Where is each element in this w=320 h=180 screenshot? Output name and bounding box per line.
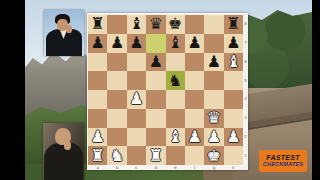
file-label-f: f — [185, 165, 204, 170]
square-f1[interactable] — [185, 146, 204, 165]
player-bottom-clothing — [44, 143, 83, 180]
white-rook: ♜ — [91, 148, 105, 164]
square-f5[interactable] — [185, 71, 204, 90]
black-pawn: ♟ — [149, 54, 163, 70]
chess-board: ♜♝♛♚♜♟♟♟♝♟♟♟♟♝♞♟♛♟♝♟♟♟♜♞♜♚ 87654321 abcd… — [87, 13, 248, 170]
rank-label-6: 6 — [243, 53, 248, 72]
black-pawn: ♟ — [187, 35, 201, 51]
black-knight: ♞ — [168, 73, 182, 89]
square-c8[interactable]: ♝ — [127, 15, 146, 34]
square-c1[interactable] — [127, 146, 146, 165]
square-d5[interactable] — [146, 71, 165, 90]
square-a6[interactable] — [88, 53, 107, 72]
file-label-a: a — [88, 165, 107, 170]
white-pawn: ♟ — [226, 129, 240, 145]
square-a3[interactable] — [88, 109, 107, 128]
square-b1[interactable]: ♞ — [107, 146, 126, 165]
player-photo-top — [44, 10, 84, 56]
file-label-g: g — [204, 165, 223, 170]
square-h8[interactable]: ♜ — [224, 15, 243, 34]
file-label-d: d — [146, 165, 165, 170]
badge-text-checkmates: CHECKMATES — [263, 162, 303, 168]
square-c3[interactable] — [127, 109, 146, 128]
square-b3[interactable] — [107, 109, 126, 128]
black-pawn: ♟ — [129, 35, 143, 51]
square-f2[interactable]: ♟ — [185, 128, 204, 147]
rank-coordinates: 87654321 — [243, 15, 248, 165]
square-e7[interactable]: ♝ — [166, 34, 185, 53]
square-e3[interactable] — [166, 109, 185, 128]
square-g4[interactable] — [204, 90, 223, 109]
square-d6[interactable]: ♟ — [146, 53, 165, 72]
rank-label-7: 7 — [243, 34, 248, 53]
square-a5[interactable] — [88, 71, 107, 90]
black-pawn: ♟ — [207, 54, 221, 70]
file-label-c: c — [127, 165, 146, 170]
square-a4[interactable] — [88, 90, 107, 109]
black-queen: ♛ — [149, 16, 163, 32]
square-d8[interactable]: ♛ — [146, 15, 165, 34]
square-g3[interactable]: ♛ — [204, 109, 223, 128]
rank-label-4: 4 — [243, 90, 248, 109]
square-h1[interactable] — [224, 146, 243, 165]
square-e5[interactable]: ♞ — [166, 71, 185, 90]
white-queen: ♛ — [207, 110, 221, 126]
black-bishop: ♝ — [129, 16, 143, 32]
black-pawn: ♟ — [226, 35, 240, 51]
square-e1[interactable] — [166, 146, 185, 165]
square-a1[interactable]: ♜ — [88, 146, 107, 165]
square-a7[interactable]: ♟ — [88, 34, 107, 53]
rank-label-2: 2 — [243, 128, 248, 147]
square-f8[interactable] — [185, 15, 204, 34]
channel-badge: FASTEST CHECKMATES — [259, 150, 307, 172]
square-e6[interactable] — [166, 53, 185, 72]
video-thumbnail: ♜♝♛♚♜♟♟♟♝♟♟♟♟♝♞♟♛♟♝♟♟♟♜♞♜♚ 87654321 abcd… — [0, 0, 320, 180]
player-bottom-hand — [64, 141, 71, 150]
file-coordinates: abcdefgh — [88, 165, 243, 170]
square-b7[interactable]: ♟ — [107, 34, 126, 53]
square-h7[interactable]: ♟ — [224, 34, 243, 53]
square-g1[interactable]: ♚ — [204, 146, 223, 165]
black-king: ♚ — [168, 16, 182, 32]
square-c7[interactable]: ♟ — [127, 34, 146, 53]
white-bishop: ♝ — [168, 129, 182, 145]
square-h6[interactable]: ♝ — [224, 53, 243, 72]
square-b2[interactable] — [107, 128, 126, 147]
square-b5[interactable] — [107, 71, 126, 90]
rank-label-5: 5 — [243, 71, 248, 90]
white-knight: ♞ — [110, 148, 124, 164]
square-g8[interactable] — [204, 15, 223, 34]
white-pawn: ♟ — [207, 129, 221, 145]
rank-label-8: 8 — [243, 15, 248, 34]
black-rook: ♜ — [226, 16, 240, 32]
white-pawn: ♟ — [129, 91, 143, 107]
white-bishop: ♝ — [226, 54, 240, 70]
square-h5[interactable] — [224, 71, 243, 90]
badge-text-fastest: FASTEST — [266, 154, 300, 161]
square-h3[interactable] — [224, 109, 243, 128]
square-a2[interactable]: ♟ — [88, 128, 107, 147]
square-e2[interactable]: ♝ — [166, 128, 185, 147]
square-c5[interactable] — [127, 71, 146, 90]
square-b6[interactable] — [107, 53, 126, 72]
square-d1[interactable]: ♜ — [146, 146, 165, 165]
square-e8[interactable]: ♚ — [166, 15, 185, 34]
player-photo-bottom — [43, 123, 84, 180]
square-c4[interactable]: ♟ — [127, 90, 146, 109]
rank-label-1: 1 — [243, 146, 248, 165]
board-grid: ♜♝♛♚♜♟♟♟♝♟♟♟♟♝♞♟♛♟♝♟♟♟♜♞♜♚ — [88, 15, 243, 165]
square-b8[interactable] — [107, 15, 126, 34]
black-rook: ♜ — [91, 16, 105, 32]
square-g7[interactable] — [204, 34, 223, 53]
square-e4[interactable] — [166, 90, 185, 109]
square-g2[interactable]: ♟ — [204, 128, 223, 147]
black-pawn: ♟ — [91, 35, 105, 51]
square-h4[interactable] — [224, 90, 243, 109]
square-f6[interactable] — [185, 53, 204, 72]
square-d4[interactable] — [146, 90, 165, 109]
square-h2[interactable]: ♟ — [224, 128, 243, 147]
square-g6[interactable]: ♟ — [204, 53, 223, 72]
square-f3[interactable] — [185, 109, 204, 128]
square-b4[interactable] — [107, 90, 126, 109]
white-king: ♚ — [207, 148, 221, 164]
black-bishop: ♝ — [168, 35, 182, 51]
white-rook: ♜ — [149, 148, 163, 164]
square-c6[interactable] — [127, 53, 146, 72]
square-f4[interactable] — [185, 90, 204, 109]
square-c2[interactable] — [127, 128, 146, 147]
square-f7[interactable]: ♟ — [185, 34, 204, 53]
file-label-b: b — [107, 165, 126, 170]
square-d7[interactable] — [146, 34, 165, 53]
rank-label-3: 3 — [243, 109, 248, 128]
player-top-hand — [66, 25, 72, 33]
white-pawn: ♟ — [91, 129, 105, 145]
white-pawn: ♟ — [187, 129, 201, 145]
square-d3[interactable] — [146, 109, 165, 128]
square-d2[interactable] — [146, 128, 165, 147]
square-g5[interactable] — [204, 71, 223, 90]
square-a8[interactable]: ♜ — [88, 15, 107, 34]
file-label-h: h — [224, 165, 243, 170]
file-label-e: e — [166, 165, 185, 170]
black-pawn: ♟ — [110, 35, 124, 51]
